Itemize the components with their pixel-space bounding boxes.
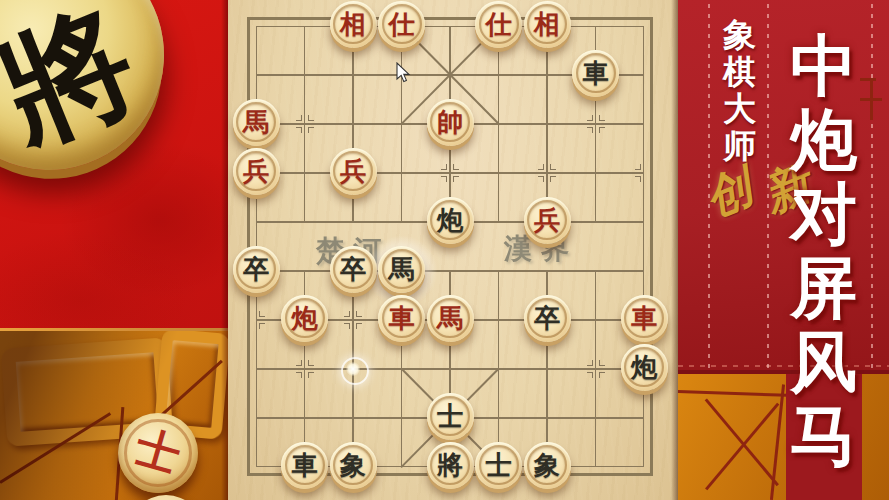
dotted-line: [871, 4, 873, 368]
subtitle-xiangqi-dashi: 象棋大师: [723, 16, 756, 164]
piece-character: 車: [281, 442, 328, 489]
piece-character: 馬: [233, 99, 280, 146]
title-character: 炮: [790, 104, 857, 178]
panel-edge-shadow: [671, 0, 678, 500]
piece-character: 炮: [621, 344, 668, 391]
piece-character: 馬: [427, 295, 474, 342]
title-character: 马: [790, 400, 857, 474]
piece-character: 卒: [233, 246, 280, 293]
title-banner-strip: 象棋大师 创 新 中炮对屏风马: [678, 0, 889, 500]
piece-black-炮[interactable]: 炮: [427, 197, 474, 244]
piece-black-車[interactable]: 車: [281, 442, 328, 489]
piece-character: 仕: [475, 1, 522, 48]
piece-red-相[interactable]: 相: [524, 1, 571, 48]
piece-character: 車: [621, 295, 668, 342]
piece-character: 仕: [378, 1, 425, 48]
piece-black-卒[interactable]: 卒: [233, 246, 280, 293]
title-character: 风: [790, 326, 857, 400]
point-marker: [296, 360, 314, 378]
photo-board-line: [705, 403, 779, 490]
point-marker: [247, 311, 265, 329]
piece-black-馬[interactable]: 馬: [378, 246, 425, 293]
point-marker: [296, 115, 314, 133]
piece-red-車[interactable]: 車: [378, 295, 425, 342]
piece-red-馬[interactable]: 馬: [427, 295, 474, 342]
grid-line: [546, 26, 548, 222]
title-character: 屏: [790, 252, 857, 326]
point-marker: [538, 164, 556, 182]
xiangqi-board[interactable]: 楚河 漢界 相仕仕相車馬帥兵兵炮兵卒卒馬炮車馬卒車炮士車象將士象: [228, 0, 678, 500]
piece-character: 兵: [330, 148, 377, 195]
title-character: 棋: [723, 53, 756, 90]
piece-red-仕[interactable]: 仕: [378, 1, 425, 48]
piece-character: 相: [330, 1, 377, 48]
piece-character: 兵: [524, 197, 571, 244]
piece-black-卒[interactable]: 卒: [524, 295, 571, 342]
piece-character: 相: [524, 1, 571, 48]
piece-red-相[interactable]: 相: [330, 1, 377, 48]
piece-character: 車: [572, 50, 619, 97]
piece-character: 卒: [330, 246, 377, 293]
piece-red-馬[interactable]: 馬: [233, 99, 280, 146]
title-character: 对: [790, 178, 857, 252]
point-marker: [635, 164, 653, 182]
piece-red-車[interactable]: 車: [621, 295, 668, 342]
piece-character: 炮: [427, 197, 474, 244]
piece-character: 車: [378, 295, 425, 342]
photo-point-marker: [860, 78, 886, 122]
decorative-jiang-piece-photo: 將: [0, 0, 179, 185]
piece-character: 士: [427, 393, 474, 440]
grid-line: [352, 271, 354, 467]
seam-shadow: [221, 0, 228, 500]
piece-black-士[interactable]: 士: [427, 393, 474, 440]
piece-red-炮[interactable]: 炮: [281, 295, 328, 342]
point-marker: [344, 311, 362, 329]
piece-character: 象: [330, 442, 377, 489]
shadow-overlay: [0, 331, 228, 500]
piece-black-卒[interactable]: 卒: [330, 246, 377, 293]
piece-character: 炮: [281, 295, 328, 342]
amber-board-photo: 士: [0, 328, 228, 500]
piece-red-兵[interactable]: 兵: [524, 197, 571, 244]
piece-black-象[interactable]: 象: [524, 442, 571, 489]
point-marker: [587, 360, 605, 378]
point-marker: [441, 164, 459, 182]
piece-black-炮[interactable]: 炮: [621, 344, 668, 391]
title-character: 象: [723, 16, 756, 53]
piece-character: 兵: [233, 148, 280, 195]
main-title-zhongpao-duipingfengma: 中炮对屏风马: [790, 30, 857, 474]
photo-board-line: [678, 390, 796, 397]
piece-red-帥[interactable]: 帥: [427, 99, 474, 146]
screenshot-stage: 將 士 楚河 漢界 相仕仕相車馬帥兵兵炮兵卒卒馬炮車馬卒車炮士車象將士象: [0, 0, 889, 500]
jiang-character: 將: [0, 0, 151, 159]
piece-character: 馬: [378, 246, 425, 293]
piece-character: 帥: [427, 99, 474, 146]
piece-character: 將: [427, 442, 474, 489]
point-marker: [587, 115, 605, 133]
piece-black-車[interactable]: 車: [572, 50, 619, 97]
piece-red-兵[interactable]: 兵: [233, 148, 280, 195]
piece-black-士[interactable]: 士: [475, 442, 522, 489]
piece-character: 象: [524, 442, 571, 489]
piece-red-兵[interactable]: 兵: [330, 148, 377, 195]
left-background: 將 士: [0, 0, 228, 500]
title-character: 中: [790, 30, 857, 104]
piece-red-仕[interactable]: 仕: [475, 1, 522, 48]
piece-character: 卒: [524, 295, 571, 342]
piece-character: 士: [475, 442, 522, 489]
piece-black-將[interactable]: 將: [427, 442, 474, 489]
title-character: 大: [723, 90, 756, 127]
piece-black-象[interactable]: 象: [330, 442, 377, 489]
